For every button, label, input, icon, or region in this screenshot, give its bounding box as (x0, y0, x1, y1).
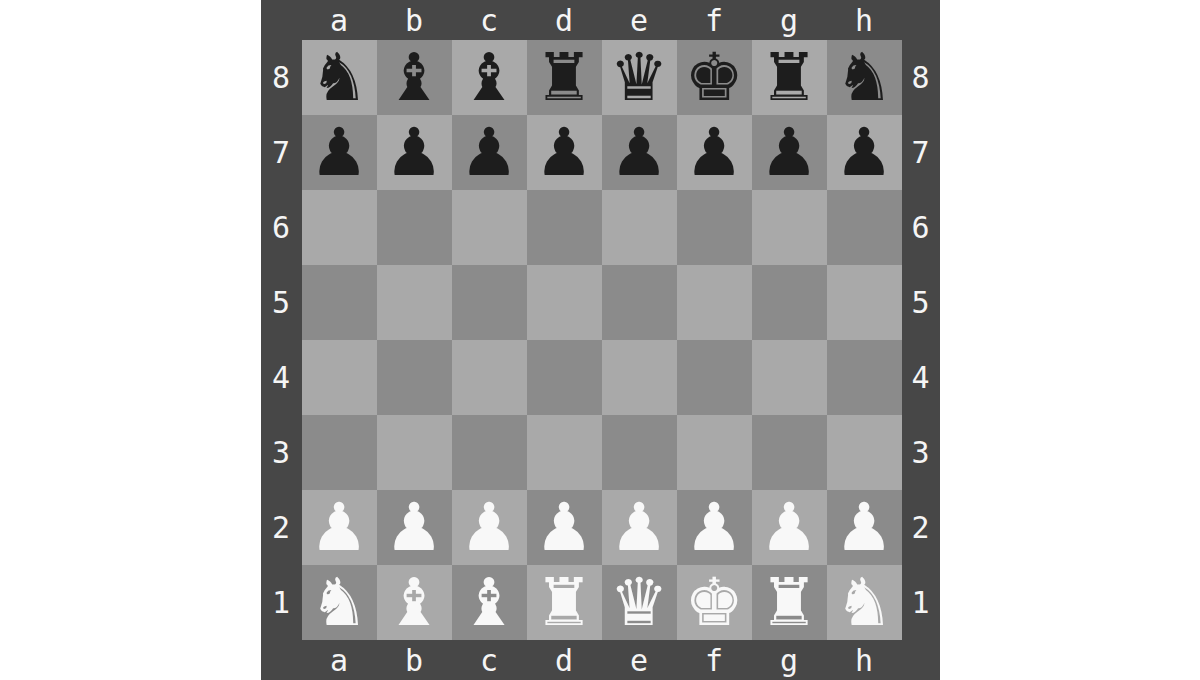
square-h1[interactable]: ♞ (827, 565, 902, 640)
square-e7[interactable]: ♟ (602, 115, 677, 190)
file-label-c-bottom: c (452, 640, 527, 680)
rank-label-7-right: 7 (902, 115, 940, 190)
square-g6[interactable] (752, 190, 827, 265)
file-label-g-bottom: g (752, 640, 827, 680)
piece-white-pawn[interactable]: ♟ (834, 490, 893, 565)
square-g4[interactable] (752, 340, 827, 415)
square-f5[interactable] (677, 265, 752, 340)
piece-white-pawn[interactable]: ♟ (309, 490, 368, 565)
rank-label-5-right: 5 (902, 265, 940, 340)
square-a3[interactable] (302, 415, 377, 490)
rank-label-4-right: 4 (902, 340, 940, 415)
square-h6[interactable] (827, 190, 902, 265)
square-e3[interactable] (602, 415, 677, 490)
square-c8[interactable]: ♝ (452, 40, 527, 115)
board-corner-bottom-left (261, 640, 302, 680)
rank-label-2-right: 2 (902, 490, 940, 565)
file-label-c-top: c (452, 0, 527, 40)
rank-label-4-left: 4 (261, 340, 302, 415)
square-d5[interactable] (527, 265, 602, 340)
square-d4[interactable] (527, 340, 602, 415)
square-h3[interactable] (827, 415, 902, 490)
chess-board: abcdefgh8♞♝♝♜♛♚♜♞87♟♟♟♟♟♟♟♟7665544332♟♟♟… (261, 0, 940, 680)
board-corner-top-right (902, 0, 940, 40)
rank-label-8-left: 8 (261, 40, 302, 115)
square-h2[interactable]: ♟ (827, 490, 902, 565)
piece-black-pawn[interactable]: ♟ (459, 115, 518, 190)
square-h8[interactable]: ♞ (827, 40, 902, 115)
square-e6[interactable] (602, 190, 677, 265)
square-g1[interactable]: ♜ (752, 565, 827, 640)
rank-label-1-left: 1 (261, 565, 302, 640)
piece-black-pawn[interactable]: ♟ (834, 115, 893, 190)
piece-white-pawn[interactable]: ♟ (609, 490, 668, 565)
square-a7[interactable]: ♟ (302, 115, 377, 190)
square-b5[interactable] (377, 265, 452, 340)
square-b1[interactable]: ♝ (377, 565, 452, 640)
piece-black-pawn[interactable]: ♟ (684, 115, 743, 190)
piece-white-knight[interactable]: ♞ (309, 565, 368, 640)
file-label-h-top: h (827, 0, 902, 40)
square-d6[interactable] (527, 190, 602, 265)
piece-white-bishop[interactable]: ♝ (459, 565, 518, 640)
square-f1[interactable]: ♚ (677, 565, 752, 640)
piece-black-knight[interactable]: ♞ (834, 40, 893, 115)
square-b7[interactable]: ♟ (377, 115, 452, 190)
square-h5[interactable] (827, 265, 902, 340)
file-label-d-bottom: d (527, 640, 602, 680)
rank-label-7-left: 7 (261, 115, 302, 190)
piece-white-rook[interactable]: ♜ (534, 565, 593, 640)
square-e4[interactable] (602, 340, 677, 415)
square-d1[interactable]: ♜ (527, 565, 602, 640)
file-label-d-top: d (527, 0, 602, 40)
rank-label-5-left: 5 (261, 265, 302, 340)
piece-white-pawn[interactable]: ♟ (459, 490, 518, 565)
square-g3[interactable] (752, 415, 827, 490)
page-background: abcdefgh8♞♝♝♜♛♚♜♞87♟♟♟♟♟♟♟♟7665544332♟♟♟… (0, 0, 1200, 680)
rank-label-3-left: 3 (261, 415, 302, 490)
square-d8[interactable]: ♜ (527, 40, 602, 115)
board-corner-bottom-right (902, 640, 940, 680)
rank-label-1-right: 1 (902, 565, 940, 640)
square-f3[interactable] (677, 415, 752, 490)
piece-white-pawn[interactable]: ♟ (534, 490, 593, 565)
board-corner-top-left (261, 0, 302, 40)
square-a6[interactable] (302, 190, 377, 265)
square-b2[interactable]: ♟ (377, 490, 452, 565)
square-c3[interactable] (452, 415, 527, 490)
square-c1[interactable]: ♝ (452, 565, 527, 640)
piece-white-pawn[interactable]: ♟ (759, 490, 818, 565)
square-a1[interactable]: ♞ (302, 565, 377, 640)
piece-black-queen[interactable]: ♛ (609, 40, 668, 115)
piece-black-pawn[interactable]: ♟ (534, 115, 593, 190)
piece-black-bishop[interactable]: ♝ (459, 40, 518, 115)
piece-black-bishop[interactable]: ♝ (384, 40, 443, 115)
square-e8[interactable]: ♛ (602, 40, 677, 115)
square-g5[interactable] (752, 265, 827, 340)
square-a2[interactable]: ♟ (302, 490, 377, 565)
square-f2[interactable]: ♟ (677, 490, 752, 565)
square-g2[interactable]: ♟ (752, 490, 827, 565)
piece-black-knight[interactable]: ♞ (309, 40, 368, 115)
square-g8[interactable]: ♜ (752, 40, 827, 115)
rank-label-3-right: 3 (902, 415, 940, 490)
square-b3[interactable] (377, 415, 452, 490)
square-h4[interactable] (827, 340, 902, 415)
square-f6[interactable] (677, 190, 752, 265)
square-e5[interactable] (602, 265, 677, 340)
rank-label-6-left: 6 (261, 190, 302, 265)
piece-black-pawn[interactable]: ♟ (609, 115, 668, 190)
piece-black-rook[interactable]: ♜ (534, 40, 593, 115)
piece-white-queen[interactable]: ♛ (609, 565, 668, 640)
file-label-a-top: a (302, 0, 377, 40)
square-d3[interactable] (527, 415, 602, 490)
piece-white-king[interactable]: ♚ (684, 565, 743, 640)
square-f7[interactable]: ♟ (677, 115, 752, 190)
square-e2[interactable]: ♟ (602, 490, 677, 565)
file-label-f-top: f (677, 0, 752, 40)
square-a5[interactable] (302, 265, 377, 340)
file-label-a-bottom: a (302, 640, 377, 680)
square-c7[interactable]: ♟ (452, 115, 527, 190)
square-f8[interactable]: ♚ (677, 40, 752, 115)
piece-white-pawn[interactable]: ♟ (684, 490, 743, 565)
piece-black-rook[interactable]: ♜ (759, 40, 818, 115)
rank-label-6-right: 6 (902, 190, 940, 265)
file-label-e-top: e (602, 0, 677, 40)
rank-label-8-right: 8 (902, 40, 940, 115)
file-label-f-bottom: f (677, 640, 752, 680)
square-h7[interactable]: ♟ (827, 115, 902, 190)
piece-white-bishop[interactable]: ♝ (384, 565, 443, 640)
piece-white-rook[interactable]: ♜ (759, 565, 818, 640)
square-g7[interactable]: ♟ (752, 115, 827, 190)
square-f4[interactable] (677, 340, 752, 415)
square-a8[interactable]: ♞ (302, 40, 377, 115)
piece-black-pawn[interactable]: ♟ (309, 115, 368, 190)
square-c5[interactable] (452, 265, 527, 340)
file-label-g-top: g (752, 0, 827, 40)
square-a4[interactable] (302, 340, 377, 415)
file-label-b-top: b (377, 0, 452, 40)
rank-label-2-left: 2 (261, 490, 302, 565)
piece-white-knight[interactable]: ♞ (834, 565, 893, 640)
square-e1[interactable]: ♛ (602, 565, 677, 640)
piece-black-pawn[interactable]: ♟ (759, 115, 818, 190)
square-d2[interactable]: ♟ (527, 490, 602, 565)
square-b4[interactable] (377, 340, 452, 415)
square-c2[interactable]: ♟ (452, 490, 527, 565)
piece-black-pawn[interactable]: ♟ (384, 115, 443, 190)
square-c6[interactable] (452, 190, 527, 265)
file-label-b-bottom: b (377, 640, 452, 680)
file-label-e-bottom: e (602, 640, 677, 680)
piece-black-king[interactable]: ♚ (684, 40, 743, 115)
square-b8[interactable]: ♝ (377, 40, 452, 115)
square-d7[interactable]: ♟ (527, 115, 602, 190)
square-b6[interactable] (377, 190, 452, 265)
file-label-h-bottom: h (827, 640, 902, 680)
square-c4[interactable] (452, 340, 527, 415)
piece-white-pawn[interactable]: ♟ (384, 490, 443, 565)
